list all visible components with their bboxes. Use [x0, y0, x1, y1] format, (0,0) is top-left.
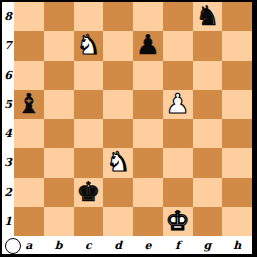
square-e1[interactable]: [133, 207, 163, 236]
square-d7[interactable]: [103, 31, 133, 60]
square-d4[interactable]: [103, 119, 133, 148]
rank-label-4: 4: [2, 119, 14, 148]
square-h7[interactable]: [222, 31, 252, 60]
square-g8[interactable]: ♞: [193, 2, 223, 31]
piece-white-knight-d3[interactable]: ♞: [106, 148, 130, 175]
square-d5[interactable]: [103, 90, 133, 119]
square-f7[interactable]: [163, 31, 193, 60]
square-b7[interactable]: [44, 31, 74, 60]
file-labels: abcdefgh: [14, 236, 252, 254]
square-a7[interactable]: [14, 31, 44, 60]
file-label-c: c: [74, 236, 104, 254]
square-e5[interactable]: [133, 90, 163, 119]
square-e8[interactable]: [133, 2, 163, 31]
square-d1[interactable]: [103, 207, 133, 236]
square-h5[interactable]: [222, 90, 252, 119]
rank-label-6: 6: [2, 61, 14, 90]
chess-board: ♞♞♟♝♟♞♚♚: [14, 2, 252, 236]
file-label-e: e: [133, 236, 163, 254]
square-c3[interactable]: [74, 148, 104, 177]
square-e4[interactable]: [133, 119, 163, 148]
square-a5[interactable]: ♝: [14, 90, 44, 119]
file-label-h: h: [222, 236, 252, 254]
square-a6[interactable]: [14, 61, 44, 90]
square-d8[interactable]: [103, 2, 133, 31]
square-e7[interactable]: ♟: [133, 31, 163, 60]
square-c2[interactable]: ♚: [74, 178, 104, 207]
square-g6[interactable]: [193, 61, 223, 90]
square-h3[interactable]: [222, 148, 252, 177]
square-d3[interactable]: ♞: [103, 148, 133, 177]
square-a2[interactable]: [14, 178, 44, 207]
square-g7[interactable]: [193, 31, 223, 60]
square-e2[interactable]: [133, 178, 163, 207]
white-to-move-indicator: [5, 238, 21, 254]
square-a4[interactable]: [14, 119, 44, 148]
square-g2[interactable]: [193, 178, 223, 207]
rank-label-5: 5: [2, 90, 14, 119]
file-label-d: d: [103, 236, 133, 254]
square-h4[interactable]: [222, 119, 252, 148]
square-b5[interactable]: [44, 90, 74, 119]
square-b2[interactable]: [44, 178, 74, 207]
piece-black-king-c2[interactable]: ♚: [76, 178, 100, 205]
piece-black-pawn-e7[interactable]: ♟: [136, 31, 160, 58]
square-g3[interactable]: [193, 148, 223, 177]
square-e6[interactable]: [133, 61, 163, 90]
square-b1[interactable]: [44, 207, 74, 236]
rank-label-1: 1: [2, 207, 14, 236]
square-c6[interactable]: [74, 61, 104, 90]
square-f6[interactable]: [163, 61, 193, 90]
square-h1[interactable]: [222, 207, 252, 236]
square-g1[interactable]: [193, 207, 223, 236]
square-a8[interactable]: [14, 2, 44, 31]
piece-black-knight-g8[interactable]: ♞: [195, 2, 219, 29]
square-b8[interactable]: [44, 2, 74, 31]
square-c8[interactable]: [74, 2, 104, 31]
file-label-g: g: [193, 236, 223, 254]
square-h2[interactable]: [222, 178, 252, 207]
square-f1[interactable]: ♚: [163, 207, 193, 236]
rank-labels: 87654321: [2, 2, 14, 236]
rank-label-3: 3: [2, 148, 14, 177]
square-g5[interactable]: [193, 90, 223, 119]
board-gutter: 87654321 ♞♞♟♝♟♞♚♚ abcdefgh: [2, 2, 252, 254]
square-e3[interactable]: [133, 148, 163, 177]
square-f5[interactable]: ♟: [163, 90, 193, 119]
square-f4[interactable]: [163, 119, 193, 148]
square-a3[interactable]: [14, 148, 44, 177]
square-d6[interactable]: [103, 61, 133, 90]
rank-label-7: 7: [2, 31, 14, 60]
square-c1[interactable]: [74, 207, 104, 236]
square-a1[interactable]: [14, 207, 44, 236]
square-g4[interactable]: [193, 119, 223, 148]
square-b4[interactable]: [44, 119, 74, 148]
piece-white-pawn-f5[interactable]: ♟: [166, 90, 190, 117]
rank-label-2: 2: [2, 178, 14, 207]
piece-black-bishop-a5[interactable]: ♝: [17, 90, 41, 117]
square-f3[interactable]: [163, 148, 193, 177]
file-label-b: b: [44, 236, 74, 254]
piece-white-knight-c7[interactable]: ♞: [76, 31, 100, 58]
square-b6[interactable]: [44, 61, 74, 90]
square-b3[interactable]: [44, 148, 74, 177]
square-h8[interactable]: [222, 2, 252, 31]
square-h6[interactable]: [222, 61, 252, 90]
square-c7[interactable]: ♞: [74, 31, 104, 60]
piece-white-king-f1[interactable]: ♚: [166, 207, 190, 234]
square-c5[interactable]: [74, 90, 104, 119]
square-c4[interactable]: [74, 119, 104, 148]
rank-label-8: 8: [2, 2, 14, 31]
file-label-f: f: [163, 236, 193, 254]
board-frame: 87654321 ♞♞♟♝♟♞♚♚ abcdefgh: [0, 0, 257, 257]
square-f8[interactable]: [163, 2, 193, 31]
square-f2[interactable]: [163, 178, 193, 207]
square-d2[interactable]: [103, 178, 133, 207]
